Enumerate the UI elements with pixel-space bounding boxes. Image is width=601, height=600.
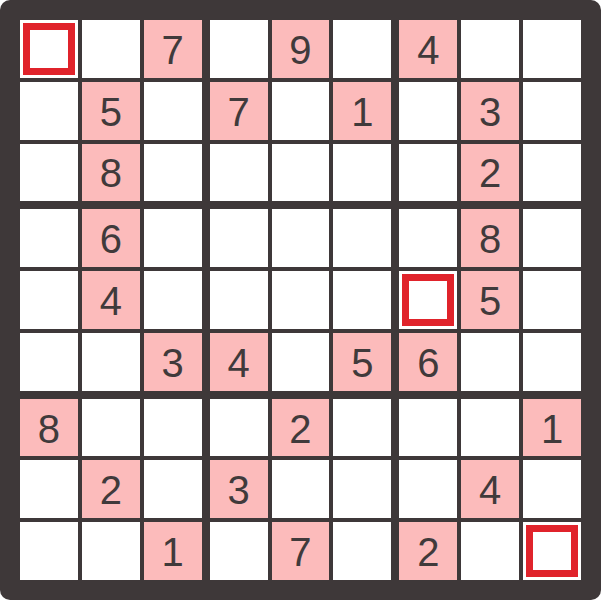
cell-digit: 2 — [100, 470, 122, 510]
cell-r0c3[interactable] — [210, 20, 268, 78]
cell-r7c7[interactable]: 4 — [461, 460, 519, 518]
cell-r7c1[interactable]: 2 — [82, 460, 140, 518]
cell-r4c4[interactable] — [272, 271, 330, 329]
cell-r8c2[interactable]: 1 — [144, 522, 202, 580]
cell-r3c2[interactable] — [144, 209, 202, 267]
cell-digit: 1 — [541, 409, 563, 449]
cell-r5c0[interactable] — [20, 333, 78, 391]
cell-r6c7[interactable] — [461, 399, 519, 457]
cell-r2c7[interactable]: 2 — [461, 144, 519, 202]
cell-digit: 7 — [162, 30, 184, 70]
cell-r6c8[interactable]: 1 — [523, 399, 581, 457]
cell-r4c2[interactable] — [144, 271, 202, 329]
cell-digit: 6 — [100, 219, 122, 259]
cell-r1c5[interactable]: 1 — [333, 82, 391, 140]
cell-r6c6[interactable] — [399, 399, 457, 457]
cell-r4c8[interactable] — [523, 271, 581, 329]
cell-r5c3[interactable]: 4 — [210, 333, 268, 391]
cell-r5c5[interactable]: 5 — [333, 333, 391, 391]
cell-r0c0[interactable] — [20, 20, 78, 78]
cell-digit: 2 — [417, 532, 439, 572]
cell-r8c4[interactable]: 7 — [272, 522, 330, 580]
cell-r0c6[interactable]: 4 — [399, 20, 457, 78]
cell-r8c0[interactable] — [20, 522, 78, 580]
cell-r3c0[interactable] — [20, 209, 78, 267]
cell-r0c2[interactable]: 7 — [144, 20, 202, 78]
cell-r6c3[interactable] — [210, 399, 268, 457]
cell-r5c4[interactable] — [272, 333, 330, 391]
cell-digit: 8 — [38, 409, 60, 449]
cell-r0c4[interactable]: 9 — [272, 20, 330, 78]
cell-r6c1[interactable] — [82, 399, 140, 457]
cell-r7c2[interactable] — [144, 460, 202, 518]
box-r2c0: 821 — [20, 399, 202, 580]
cell-r3c3[interactable] — [210, 209, 268, 267]
cell-r7c0[interactable] — [20, 460, 78, 518]
cell-r8c8[interactable] — [523, 522, 581, 580]
cell-digit: 7 — [227, 92, 249, 132]
cell-r2c1[interactable]: 8 — [82, 144, 140, 202]
box-r1c0: 643 — [20, 209, 202, 390]
cell-r6c2[interactable] — [144, 399, 202, 457]
cell-digit: 2 — [479, 153, 501, 193]
cell-r4c1[interactable]: 4 — [82, 271, 140, 329]
cell-digit: 9 — [289, 30, 311, 70]
cell-r1c4[interactable] — [272, 82, 330, 140]
cell-r3c4[interactable] — [272, 209, 330, 267]
cell-digit: 4 — [479, 470, 501, 510]
cell-digit: 1 — [162, 532, 184, 572]
cell-r5c6[interactable]: 6 — [399, 333, 457, 391]
cell-r4c0[interactable] — [20, 271, 78, 329]
cell-r1c3[interactable]: 7 — [210, 82, 268, 140]
cell-digit: 3 — [479, 92, 501, 132]
cell-r7c8[interactable] — [523, 460, 581, 518]
box-r2c2: 142 — [399, 399, 581, 580]
cell-digit: 3 — [162, 343, 184, 383]
cell-r8c5[interactable] — [333, 522, 391, 580]
selection-ring — [526, 525, 578, 577]
cell-r5c7[interactable] — [461, 333, 519, 391]
cell-digit: 2 — [289, 409, 311, 449]
cell-r1c6[interactable] — [399, 82, 457, 140]
cell-r0c1[interactable] — [82, 20, 140, 78]
cell-r2c8[interactable] — [523, 144, 581, 202]
box-r2c1: 237 — [210, 399, 392, 580]
cell-r3c6[interactable] — [399, 209, 457, 267]
cell-digit: 8 — [100, 153, 122, 193]
cell-r2c5[interactable] — [333, 144, 391, 202]
cell-r2c6[interactable] — [399, 144, 457, 202]
cell-r7c4[interactable] — [272, 460, 330, 518]
cell-r2c3[interactable] — [210, 144, 268, 202]
cell-r7c5[interactable] — [333, 460, 391, 518]
cell-r0c7[interactable] — [461, 20, 519, 78]
selection-ring — [23, 23, 75, 75]
sudoku-board: 75897143264345856821237142 — [0, 0, 601, 600]
box-r1c2: 856 — [399, 209, 581, 390]
box-r0c0: 758 — [20, 20, 202, 201]
cell-digit: 6 — [417, 343, 439, 383]
cell-r4c7[interactable]: 5 — [461, 271, 519, 329]
cell-r7c6[interactable] — [399, 460, 457, 518]
cell-r1c8[interactable] — [523, 82, 581, 140]
cell-digit: 4 — [100, 281, 122, 321]
cell-digit: 3 — [227, 470, 249, 510]
cell-r4c6[interactable] — [399, 271, 457, 329]
box-r0c1: 971 — [210, 20, 392, 201]
cell-r8c3[interactable] — [210, 522, 268, 580]
cell-digit: 1 — [351, 92, 373, 132]
cell-digit: 7 — [289, 532, 311, 572]
cell-digit: 5 — [351, 343, 373, 383]
cell-r0c8[interactable] — [523, 20, 581, 78]
cell-r5c1[interactable] — [82, 333, 140, 391]
cell-r5c2[interactable]: 3 — [144, 333, 202, 391]
cell-r6c4[interactable]: 2 — [272, 399, 330, 457]
cell-r5c8[interactable] — [523, 333, 581, 391]
cell-r4c3[interactable] — [210, 271, 268, 329]
cell-r6c0[interactable]: 8 — [20, 399, 78, 457]
cell-r8c7[interactable] — [461, 522, 519, 580]
cell-digit: 4 — [417, 30, 439, 70]
cell-r8c6[interactable]: 2 — [399, 522, 457, 580]
cell-r6c5[interactable] — [333, 399, 391, 457]
cell-r2c2[interactable] — [144, 144, 202, 202]
box-r1c1: 45 — [210, 209, 392, 390]
cell-r1c1[interactable]: 5 — [82, 82, 140, 140]
selection-ring — [402, 274, 454, 326]
cell-r1c0[interactable] — [20, 82, 78, 140]
cell-r0c5[interactable] — [333, 20, 391, 78]
cell-r3c5[interactable] — [333, 209, 391, 267]
cell-digit: 5 — [100, 92, 122, 132]
cell-r3c7[interactable]: 8 — [461, 209, 519, 267]
cell-digit: 4 — [227, 343, 249, 383]
cell-r2c0[interactable] — [20, 144, 78, 202]
cell-digit: 5 — [479, 281, 501, 321]
cell-r2c4[interactable] — [272, 144, 330, 202]
cell-r3c1[interactable]: 6 — [82, 209, 140, 267]
cell-r1c2[interactable] — [144, 82, 202, 140]
cell-r3c8[interactable] — [523, 209, 581, 267]
box-r0c2: 432 — [399, 20, 581, 201]
cell-digit: 8 — [479, 219, 501, 259]
cell-r1c7[interactable]: 3 — [461, 82, 519, 140]
cell-r8c1[interactable] — [82, 522, 140, 580]
cell-r4c5[interactable] — [333, 271, 391, 329]
cell-r7c3[interactable]: 3 — [210, 460, 268, 518]
